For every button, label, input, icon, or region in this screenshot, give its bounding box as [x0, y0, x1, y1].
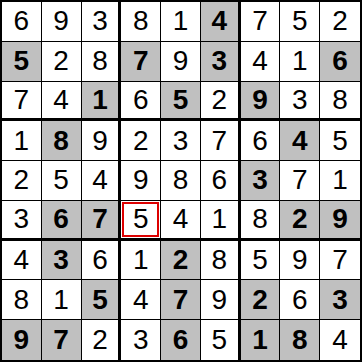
cell-r4c7[interactable]: 6: [241, 121, 281, 161]
cell-r9c2[interactable]: 7: [42, 320, 82, 360]
cell-r3c9[interactable]: 8: [320, 82, 360, 122]
cell-r4c4[interactable]: 2: [121, 121, 161, 161]
cell-r1c9[interactable]: 2: [320, 2, 360, 42]
cell-r8c1[interactable]: 8: [2, 280, 42, 320]
cell-r9c9[interactable]: 4: [320, 320, 360, 360]
cell-r4c3[interactable]: 9: [82, 121, 122, 161]
cell-r8c3[interactable]: 5: [82, 280, 122, 320]
cell-r9c5[interactable]: 6: [161, 320, 201, 360]
cell-r2c2[interactable]: 2: [42, 42, 82, 82]
cell-r9c1[interactable]: 9: [2, 320, 42, 360]
cell-r7c6[interactable]: 8: [201, 241, 241, 281]
cell-r7c1[interactable]: 4: [2, 241, 42, 281]
cell-r3c5[interactable]: 5: [161, 82, 201, 122]
cell-r2c8[interactable]: 1: [280, 42, 320, 82]
cell-r1c4[interactable]: 8: [121, 2, 161, 42]
cell-r1c1[interactable]: 6: [2, 2, 42, 42]
cell-r9c7[interactable]: 1: [241, 320, 281, 360]
cell-r2c4[interactable]: 7: [121, 42, 161, 82]
cell-r1c3[interactable]: 3: [82, 2, 122, 42]
cell-r9c4[interactable]: 3: [121, 320, 161, 360]
cell-r2c5[interactable]: 9: [161, 42, 201, 82]
cell-r6c7[interactable]: 8: [241, 201, 281, 241]
cell-r7c9[interactable]: 7: [320, 241, 360, 281]
cell-r8c2[interactable]: 1: [42, 280, 82, 320]
cell-r4c2[interactable]: 8: [42, 121, 82, 161]
cell-r5c5[interactable]: 8: [161, 161, 201, 201]
cell-r4c1[interactable]: 1: [2, 121, 42, 161]
cell-r4c8[interactable]: 4: [280, 121, 320, 161]
cell-r5c4[interactable]: 9: [121, 161, 161, 201]
cell-r7c4[interactable]: 1: [121, 241, 161, 281]
cell-r6c3[interactable]: 7: [82, 201, 122, 241]
cell-r6c1[interactable]: 3: [2, 201, 42, 241]
cell-r1c7[interactable]: 7: [241, 2, 281, 42]
cell-r3c6[interactable]: 2: [201, 82, 241, 122]
cell-r1c2[interactable]: 9: [42, 2, 82, 42]
cell-r7c7[interactable]: 5: [241, 241, 281, 281]
cell-r4c9[interactable]: 5: [320, 121, 360, 161]
cell-r9c3[interactable]: 2: [82, 320, 122, 360]
cell-r2c9[interactable]: 6: [320, 42, 360, 82]
cell-r9c8[interactable]: 8: [280, 320, 320, 360]
cell-r4c6[interactable]: 7: [201, 121, 241, 161]
cell-r2c1[interactable]: 5: [2, 42, 42, 82]
cell-r7c3[interactable]: 6: [82, 241, 122, 281]
cell-r8c8[interactable]: 6: [280, 280, 320, 320]
cell-r3c4[interactable]: 6: [121, 82, 161, 122]
cell-r1c8[interactable]: 5: [280, 2, 320, 42]
cell-r3c7[interactable]: 9: [241, 82, 281, 122]
cell-r6c6[interactable]: 1: [201, 201, 241, 241]
sudoku-board: 6938147525287934167416529381892376452549…: [0, 0, 362, 362]
cell-r8c9[interactable]: 3: [320, 280, 360, 320]
cell-r5c2[interactable]: 5: [42, 161, 82, 201]
cell-r8c7[interactable]: 2: [241, 280, 281, 320]
cell-r8c5[interactable]: 7: [161, 280, 201, 320]
cell-r1c6[interactable]: 4: [201, 2, 241, 42]
cell-r2c6[interactable]: 3: [201, 42, 241, 82]
cell-r6c4[interactable]: 5: [121, 201, 161, 241]
cell-r5c7[interactable]: 3: [241, 161, 281, 201]
cell-r8c4[interactable]: 4: [121, 280, 161, 320]
cell-r5c6[interactable]: 6: [201, 161, 241, 201]
cell-r6c2[interactable]: 6: [42, 201, 82, 241]
cell-r5c1[interactable]: 2: [2, 161, 42, 201]
cell-r4c5[interactable]: 3: [161, 121, 201, 161]
cell-r5c3[interactable]: 4: [82, 161, 122, 201]
cell-r7c5[interactable]: 2: [161, 241, 201, 281]
cell-r3c2[interactable]: 4: [42, 82, 82, 122]
cell-r7c8[interactable]: 9: [280, 241, 320, 281]
cell-r2c3[interactable]: 8: [82, 42, 122, 82]
cell-r8c6[interactable]: 9: [201, 280, 241, 320]
cell-r2c7[interactable]: 4: [241, 42, 281, 82]
cell-r6c8[interactable]: 2: [280, 201, 320, 241]
cell-r3c1[interactable]: 7: [2, 82, 42, 122]
cell-r9c6[interactable]: 5: [201, 320, 241, 360]
cell-r5c8[interactable]: 7: [280, 161, 320, 201]
cell-r3c8[interactable]: 3: [280, 82, 320, 122]
cell-r1c5[interactable]: 1: [161, 2, 201, 42]
cell-r5c9[interactable]: 1: [320, 161, 360, 201]
cell-r3c3[interactable]: 1: [82, 82, 122, 122]
cell-r6c9[interactable]: 9: [320, 201, 360, 241]
cell-r7c2[interactable]: 3: [42, 241, 82, 281]
cell-r6c5[interactable]: 4: [161, 201, 201, 241]
